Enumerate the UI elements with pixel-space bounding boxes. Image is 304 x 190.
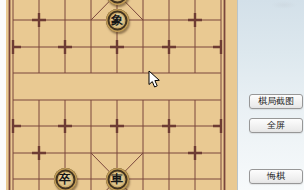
app-window: 士象卒車 棋局截图 全屏 悔棋 (0, 0, 304, 190)
fullscreen-button[interactable]: 全屏 (249, 118, 303, 133)
screenshot-button[interactable]: 棋局截图 (249, 94, 303, 109)
side-panel: 棋局截图 全屏 悔棋 (237, 0, 304, 190)
xiangqi-piece-black-elephant[interactable]: 象 (106, 9, 129, 32)
xiangqi-piece-black-chariot[interactable]: 車 (106, 168, 129, 190)
undo-button[interactable]: 悔棋 (249, 169, 303, 184)
xiangqi-piece-black-soldier[interactable]: 卒 (54, 168, 77, 190)
panel-watermark (271, 1, 297, 9)
